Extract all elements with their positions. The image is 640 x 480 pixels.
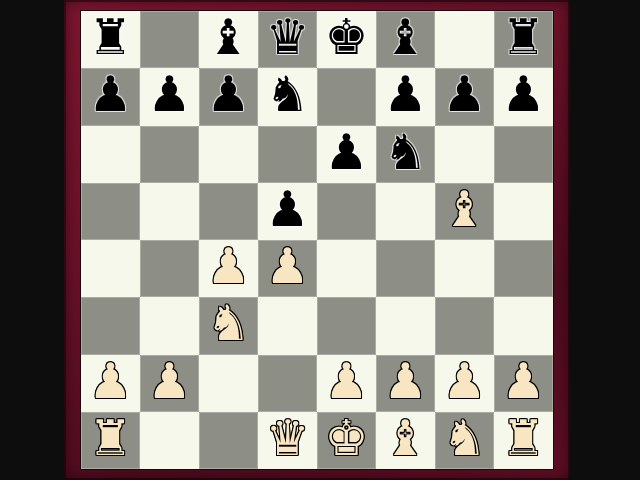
piece-white-king[interactable]: ♚ [325,414,369,463]
square-e5[interactable] [317,183,376,240]
piece-black-pawn[interactable]: ♟ [266,185,310,234]
square-a3[interactable] [81,297,140,354]
square-c4[interactable]: ♟ [199,240,258,297]
square-f8[interactable]: ♝ [376,11,435,68]
square-b4[interactable] [140,240,199,297]
square-h5[interactable] [494,183,553,240]
piece-white-knight[interactable]: ♞ [443,414,487,463]
piece-black-pawn[interactable]: ♟ [89,70,133,119]
square-b1[interactable] [140,412,199,469]
piece-black-rook[interactable]: ♜ [502,13,546,62]
piece-white-pawn[interactable]: ♟ [384,357,428,406]
square-b8[interactable] [140,11,199,68]
square-c6[interactable] [199,126,258,183]
square-e6[interactable]: ♟ [317,126,376,183]
piece-black-queen[interactable]: ♛ [266,13,310,62]
piece-black-rook[interactable]: ♜ [89,13,133,62]
letterbox-left [0,0,64,480]
square-e1[interactable]: ♚ [317,412,376,469]
square-d5[interactable]: ♟ [258,183,317,240]
piece-white-bishop[interactable]: ♝ [384,414,428,463]
piece-white-pawn[interactable]: ♟ [207,242,251,291]
square-d2[interactable] [258,355,317,412]
square-c1[interactable] [199,412,258,469]
square-d6[interactable] [258,126,317,183]
piece-black-pawn[interactable]: ♟ [325,128,369,177]
square-c7[interactable]: ♟ [199,68,258,125]
piece-white-bishop[interactable]: ♝ [443,185,487,234]
square-a4[interactable] [81,240,140,297]
chess-board[interactable]: ♜♝♛♚♝♜♟♟♟♞♟♟♟♟♞♟♝♟♟♞♟♟♟♟♟♟♜♛♚♝♞♜ [80,10,554,470]
square-c8[interactable]: ♝ [199,11,258,68]
square-f6[interactable]: ♞ [376,126,435,183]
piece-black-pawn[interactable]: ♟ [148,70,192,119]
piece-black-knight[interactable]: ♞ [266,70,310,119]
square-a6[interactable] [81,126,140,183]
piece-white-pawn[interactable]: ♟ [443,357,487,406]
square-b2[interactable]: ♟ [140,355,199,412]
piece-white-pawn[interactable]: ♟ [266,242,310,291]
square-c5[interactable] [199,183,258,240]
square-g8[interactable] [435,11,494,68]
square-b7[interactable]: ♟ [140,68,199,125]
square-d3[interactable] [258,297,317,354]
square-a5[interactable] [81,183,140,240]
square-h3[interactable] [494,297,553,354]
square-e3[interactable] [317,297,376,354]
letterbox-right [570,0,640,480]
piece-black-pawn[interactable]: ♟ [443,70,487,119]
square-g4[interactable] [435,240,494,297]
board-frame: ♜♝♛♚♝♜♟♟♟♞♟♟♟♟♞♟♝♟♟♞♟♟♟♟♟♟♜♛♚♝♞♜ [64,0,570,480]
square-d1[interactable]: ♛ [258,412,317,469]
square-b3[interactable] [140,297,199,354]
piece-white-knight[interactable]: ♞ [207,299,251,348]
square-g3[interactable] [435,297,494,354]
square-b5[interactable] [140,183,199,240]
piece-white-pawn[interactable]: ♟ [148,357,192,406]
piece-black-pawn[interactable]: ♟ [384,70,428,119]
square-e4[interactable] [317,240,376,297]
square-f4[interactable] [376,240,435,297]
square-f7[interactable]: ♟ [376,68,435,125]
square-h6[interactable] [494,126,553,183]
square-a7[interactable]: ♟ [81,68,140,125]
square-c3[interactable]: ♞ [199,297,258,354]
piece-black-king[interactable]: ♚ [325,13,369,62]
piece-black-bishop[interactable]: ♝ [207,13,251,62]
piece-white-queen[interactable]: ♛ [266,414,310,463]
square-g6[interactable] [435,126,494,183]
square-d8[interactable]: ♛ [258,11,317,68]
piece-white-rook[interactable]: ♜ [89,414,133,463]
square-b6[interactable] [140,126,199,183]
square-d7[interactable]: ♞ [258,68,317,125]
square-f1[interactable]: ♝ [376,412,435,469]
square-f3[interactable] [376,297,435,354]
square-g2[interactable]: ♟ [435,355,494,412]
square-h4[interactable] [494,240,553,297]
square-e7[interactable] [317,68,376,125]
square-a1[interactable]: ♜ [81,412,140,469]
square-a2[interactable]: ♟ [81,355,140,412]
square-e2[interactable]: ♟ [317,355,376,412]
square-g5[interactable]: ♝ [435,183,494,240]
square-a8[interactable]: ♜ [81,11,140,68]
square-f2[interactable]: ♟ [376,355,435,412]
piece-white-rook[interactable]: ♜ [502,414,546,463]
square-h8[interactable]: ♜ [494,11,553,68]
square-e8[interactable]: ♚ [317,11,376,68]
piece-black-bishop[interactable]: ♝ [384,13,428,62]
screenshot-stage: ♜♝♛♚♝♜♟♟♟♞♟♟♟♟♞♟♝♟♟♞♟♟♟♟♟♟♜♛♚♝♞♜ [0,0,640,480]
piece-black-pawn[interactable]: ♟ [207,70,251,119]
piece-white-pawn[interactable]: ♟ [89,357,133,406]
piece-white-pawn[interactable]: ♟ [325,357,369,406]
piece-black-pawn[interactable]: ♟ [502,70,546,119]
square-h7[interactable]: ♟ [494,68,553,125]
square-d4[interactable]: ♟ [258,240,317,297]
square-f5[interactable] [376,183,435,240]
square-h2[interactable]: ♟ [494,355,553,412]
square-c2[interactable] [199,355,258,412]
square-g7[interactable]: ♟ [435,68,494,125]
square-h1[interactable]: ♜ [494,412,553,469]
piece-black-knight[interactable]: ♞ [384,128,428,177]
piece-white-pawn[interactable]: ♟ [502,357,546,406]
square-g1[interactable]: ♞ [435,412,494,469]
